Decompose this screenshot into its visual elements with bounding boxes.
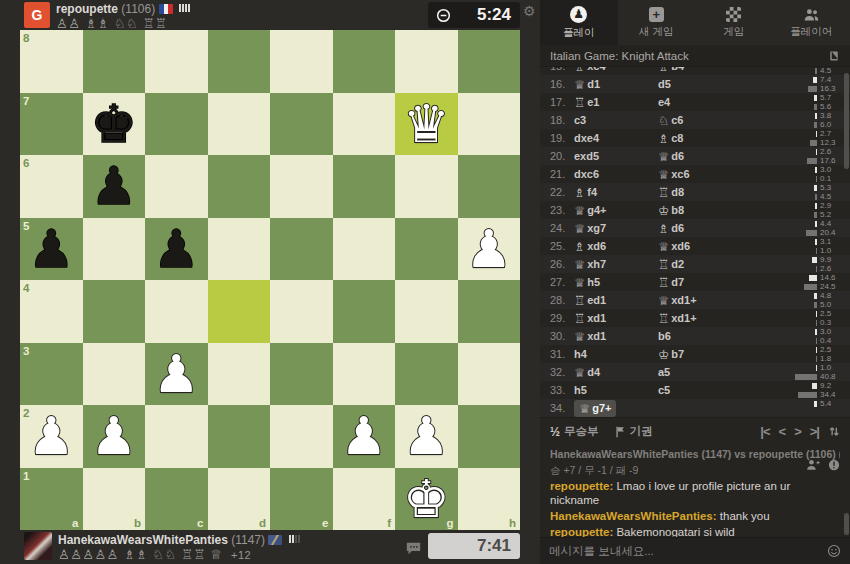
file-label-d: d (259, 517, 266, 529)
nav-first-button[interactable]: |< (760, 424, 769, 439)
resign-flag-icon (615, 426, 626, 438)
opening-book-icon (828, 50, 840, 62)
square-h5[interactable]: ♟ (458, 218, 521, 281)
black-move[interactable]: ♗b4 (658, 67, 776, 74)
move-number: 33. (540, 384, 566, 396)
square-e5[interactable] (270, 218, 333, 281)
black-move[interactable]: ♕d6 (658, 149, 776, 164)
square-a8[interactable]: 8 (20, 30, 83, 93)
white-move[interactable]: ♖ed1 (574, 293, 658, 308)
nav-last-button[interactable]: >| (810, 424, 819, 439)
move-row-24: 24.♕xg7♗d64.420.4 (540, 219, 850, 237)
move-times: 9.234.4 (776, 382, 842, 399)
connection-bars-top (179, 4, 190, 12)
move-row-28: 28.♖ed1♕xd1+4.85.0 (540, 291, 850, 309)
move-times: 4.420.4 (776, 220, 842, 237)
top-player-name[interactable]: repoupette (56, 2, 118, 16)
matchup-line: HanekawaWearsWhitePanties (1147) vs repo… (550, 448, 840, 462)
people-icon (803, 7, 820, 22)
white-move[interactable]: ♖e1 (574, 95, 658, 110)
square-h3[interactable] (458, 343, 521, 406)
move-times: 4.85.0 (776, 292, 842, 309)
figurine-icon: ♕ (658, 239, 669, 254)
white-move[interactable]: ♗xd6 (574, 239, 658, 254)
move-row-32: 32.♕d4a51.040.8 (540, 363, 850, 381)
top-player-clock: 5:24 (428, 2, 520, 28)
move-row-18: 18.c3♘c63.86.0 (540, 111, 850, 129)
tab-players[interactable]: 플레이어 (773, 0, 850, 45)
move-number: 18. (540, 114, 566, 126)
move-times: 2.617.6 (776, 148, 842, 165)
move-times: 2.51.8 (776, 346, 842, 363)
figurine-icon: ♖ (574, 293, 585, 308)
square-f3[interactable] (333, 343, 396, 406)
black-move[interactable]: ♘c6 (658, 113, 776, 128)
bottom-clock-time: 7:41 (477, 536, 511, 556)
white-pawn[interactable]: ♟ (458, 218, 521, 281)
black-move[interactable]: ♖d8 (658, 185, 776, 200)
figurine-icon: ♕ (574, 275, 585, 290)
file-label-f: f (387, 517, 391, 529)
move-times: 4.5 (776, 67, 842, 75)
square-h1[interactable]: h (458, 468, 521, 531)
move-number: 24. (540, 222, 566, 234)
move-times: 1.040.8 (776, 364, 842, 381)
bottom-player-avatar[interactable] (24, 532, 52, 560)
figurine-icon: ♕ (658, 293, 669, 308)
figurine-icon: ♕ (579, 401, 590, 416)
square-e8[interactable] (270, 30, 333, 93)
black-pawn[interactable]: ♟ (145, 218, 208, 281)
top-player-captured-pieces: ♙♙ ♗♗ ♘♘ ♖♖ (56, 16, 190, 31)
opening-row[interactable]: Italian Game: Knight Attack (540, 45, 850, 67)
figurine-icon: ♖ (658, 257, 669, 272)
square-d3[interactable] (208, 343, 271, 406)
square-b5[interactable] (83, 218, 146, 281)
white-move[interactable]: ♕d4 (574, 365, 658, 380)
figurine-icon: ♖ (574, 95, 585, 110)
add-friend-icon[interactable] (806, 459, 820, 471)
white-move[interactable]: ♕g4+ (574, 203, 658, 218)
white-move[interactable]: dxc6 (574, 168, 658, 180)
chat-message: repoupette: Lmao i love ur profile pictu… (550, 479, 840, 507)
chat-username[interactable]: HanekawaWearsWhitePanties: (550, 510, 720, 522)
top-clock-time: 5:24 (477, 5, 520, 25)
white-move[interactable]: ♕xd1 (574, 329, 658, 344)
move-times: 5.34.5 (776, 184, 842, 201)
opening-name: Italian Game: Knight Attack (550, 50, 828, 62)
figurine-icon: ♕ (574, 221, 585, 236)
figurine-icon: ♕ (574, 329, 585, 344)
square-f2[interactable]: ♟ (333, 405, 396, 468)
square-d4[interactable] (208, 280, 271, 343)
move-number: 17. (540, 96, 566, 108)
file-label-b: b (134, 517, 141, 529)
move-number: 32. (540, 366, 566, 378)
square-a2[interactable]: 2♟ (20, 405, 83, 468)
move-row-29: 29.♖xd1♖xd1+2.50.3 (540, 309, 850, 327)
file-label-e: e (322, 517, 328, 529)
smiley-icon[interactable] (827, 544, 841, 558)
file-label-g: g (446, 517, 453, 529)
move-number: 30. (540, 330, 566, 342)
square-a1[interactable]: 1a (20, 468, 83, 531)
bottom-player-captured-pieces: ♙♙♙♙♙ ♗♗ ♘♘ ♖♖ ♕ (58, 547, 222, 562)
square-a5[interactable]: 5♟ (20, 218, 83, 281)
black-move[interactable]: ♗c8 (658, 131, 776, 146)
bottom-player-info: HanekawaWearsWhitePanties (1147) ♙♙♙♙♙ ♗… (58, 533, 300, 562)
move-arrows-icon[interactable] (828, 425, 840, 438)
square-c3[interactable]: ♟ (145, 343, 208, 406)
bottom-player-name[interactable]: HanekawaWearsWhitePanties (58, 533, 228, 547)
white-move[interactable]: ♕h5 (574, 275, 658, 290)
sidebar-tabs: ♟ 플레이 + 새 게임 게임 플레이어 (540, 0, 850, 45)
figurine-icon: ♔ (658, 347, 669, 362)
square-f1[interactable]: f (333, 468, 396, 531)
square-c5[interactable]: ♟ (145, 218, 208, 281)
black-move[interactable]: c5 (658, 384, 776, 396)
white-move[interactable]: dxe4 (574, 132, 658, 144)
move-times: 9.92.6 (776, 256, 842, 273)
square-g8[interactable] (395, 30, 458, 93)
material-advantage: +12 (231, 549, 251, 561)
move-times: 7.416.3 (776, 76, 842, 93)
square-g2[interactable]: ♟ (395, 405, 458, 468)
move-number: 31. (540, 348, 566, 360)
tab-play[interactable]: ♟ 플레이 (540, 0, 618, 45)
move-number: 27. (540, 276, 566, 288)
square-d2[interactable] (208, 405, 271, 468)
white-move[interactable]: exd5 (574, 150, 658, 162)
square-c2[interactable] (145, 405, 208, 468)
square-f4[interactable] (333, 280, 396, 343)
square-d8[interactable] (208, 30, 271, 93)
move-row-31: 31.h4♔b72.51.8 (540, 345, 850, 363)
square-b2[interactable]: ♟ (83, 405, 146, 468)
figurine-icon: ♗ (658, 67, 669, 74)
move-list: 15.♗xc4♗b44.516.♕d1d57.416.317.♖e1e45.75… (540, 67, 850, 417)
chat-messages: repoupette: Lmao i love ur profile pictu… (540, 475, 850, 537)
black-move[interactable]: ♗d6 (658, 221, 776, 236)
square-g3[interactable] (395, 343, 458, 406)
chess-board: 87♚♛6♟5♟♟♟43♟2♟♟♟♟1abcdefg♚h (20, 30, 520, 530)
white-pawn[interactable]: ♟ (333, 405, 396, 468)
white-move[interactable]: ♕g7+ (574, 400, 658, 417)
tab-games[interactable]: 게임 (695, 0, 773, 45)
square-d5[interactable] (208, 218, 271, 281)
move-row-26: 26.♕xh7♖d29.92.6 (540, 255, 850, 273)
file-label-h: h (509, 517, 516, 529)
custom-flag-icon (268, 535, 282, 545)
sidebar: ♟ 플레이 + 새 게임 게임 플레이어 Italian Game: Knigh… (540, 0, 850, 564)
resign-button[interactable]: 기권 (615, 424, 653, 439)
square-g5[interactable] (395, 218, 458, 281)
move-number: 20. (540, 150, 566, 162)
circle-minus-icon (436, 8, 451, 23)
move-row-17: 17.♖e1e45.75.6 (540, 93, 850, 111)
move-number: 25. (540, 240, 566, 252)
black-move[interactable]: ♕xc6 (658, 167, 776, 182)
square-c6[interactable] (145, 155, 208, 218)
move-times: 5.4 (776, 400, 842, 417)
figurine-icon: ♕ (574, 77, 585, 92)
white-move[interactable]: ♕xg7 (574, 221, 658, 236)
chat-message: HanekawaWearsWhitePanties: thank you (550, 509, 840, 523)
draw-button[interactable]: ½ 무승부 (550, 424, 599, 439)
nav-prev-button[interactable]: < (779, 424, 786, 439)
square-h6[interactable] (458, 155, 521, 218)
move-number: 16. (540, 78, 566, 90)
figurine-icon: ♗ (658, 131, 669, 146)
figurine-icon: ♕ (574, 257, 585, 272)
square-g1[interactable]: g♚ (395, 468, 458, 531)
move-number: 28. (540, 294, 566, 306)
black-move[interactable]: ♖d7 (658, 275, 776, 290)
square-e3[interactable] (270, 343, 333, 406)
move-number: 26. (540, 258, 566, 270)
chat-username[interactable]: repoupette: (550, 480, 616, 492)
square-c7[interactable] (145, 93, 208, 156)
square-b4[interactable] (83, 280, 146, 343)
move-number: 29. (540, 312, 566, 324)
square-h7[interactable] (458, 93, 521, 156)
rank-label-3: 3 (23, 345, 29, 357)
square-f8[interactable] (333, 30, 396, 93)
white-pawn[interactable]: ♟ (395, 405, 458, 468)
black-pawn[interactable]: ♟ (83, 155, 146, 218)
nav-next-button[interactable]: > (794, 424, 801, 439)
square-b8[interactable] (83, 30, 146, 93)
square-f5[interactable] (333, 218, 396, 281)
square-b3[interactable] (83, 343, 146, 406)
square-h8[interactable] (458, 30, 521, 93)
move-row-15: 15.♗xc4♗b44.5 (540, 67, 850, 75)
rank-label-2: 2 (23, 407, 29, 419)
chat-username[interactable]: repoupette: (550, 526, 616, 537)
move-number: 21. (540, 168, 566, 180)
settings-gear-icon[interactable]: ⚙ (523, 3, 536, 19)
chat-bubble-icon[interactable] (405, 541, 422, 556)
black-move[interactable]: b6 (658, 330, 776, 342)
move-number: 15. (540, 67, 566, 72)
chat-message: repoupette: Bakemonogatari si wild (550, 525, 840, 537)
figurine-icon: ♕ (574, 365, 585, 380)
game-controls: ½ 무승부 기권 |< < > >| (540, 417, 850, 445)
square-e6[interactable] (270, 155, 333, 218)
move-row-20: 20.exd5♕d62.617.6 (540, 147, 850, 165)
black-move[interactable]: ♕xd6 (658, 239, 776, 254)
white-move[interactable]: h5 (574, 384, 658, 396)
white-move[interactable]: ♕xh7 (574, 257, 658, 272)
tab-new-game[interactable]: + 새 게임 (618, 0, 696, 45)
square-d7[interactable] (208, 93, 271, 156)
square-d6[interactable] (208, 155, 271, 218)
bottom-player-clock: 7:41 (428, 533, 520, 559)
move-times: 3.00.4 (776, 328, 842, 345)
square-g6[interactable] (395, 155, 458, 218)
move-times: 3.00.1 (776, 166, 842, 183)
move-row-22: 22.♗f4♖d85.34.5 (540, 183, 850, 201)
move-times: 2.95.2 (776, 202, 842, 219)
chat-text: thank you (720, 510, 770, 522)
white-move[interactable]: h4 (574, 348, 658, 360)
rank-label-5: 5 (23, 220, 29, 232)
square-f7[interactable] (333, 93, 396, 156)
white-move[interactable]: ♗f4 (574, 185, 658, 200)
figurine-icon: ♖ (574, 311, 585, 326)
square-c1[interactable]: c (145, 468, 208, 531)
top-player-rating: (1106) (121, 2, 155, 16)
black-move[interactable]: a5 (658, 366, 776, 378)
move-times: 3.86.0 (776, 112, 842, 129)
chat-text: Bakemonogatari si wild (616, 526, 734, 537)
square-e2[interactable] (270, 405, 333, 468)
connection-bars-bottom (289, 535, 300, 543)
rank-label-1: 1 (23, 470, 29, 482)
play-pawn-icon: ♟ (570, 6, 587, 23)
square-e1[interactable]: e (270, 468, 333, 531)
black-move[interactable]: ♔b8 (658, 203, 776, 218)
black-move[interactable]: d5 (658, 78, 776, 90)
move-row-19: 19.dxe4♗c82.712.3 (540, 129, 850, 147)
chat-input-placeholder: 메시지를 보내세요... (549, 544, 827, 559)
rank-label-8: 8 (23, 32, 29, 44)
move-number: 23. (540, 204, 566, 216)
move-row-25: 25.♗xd6♕xd63.11.0 (540, 237, 850, 255)
white-move[interactable]: ♕d1 (574, 77, 658, 92)
figurine-icon: ♖ (658, 275, 669, 290)
bottom-player-rating: (1147) (231, 533, 265, 547)
square-d1[interactable]: d (208, 468, 271, 531)
report-icon[interactable] (828, 459, 840, 471)
figurine-icon: ♗ (574, 67, 585, 74)
figurine-icon: ♖ (658, 185, 669, 200)
white-pawn[interactable]: ♟ (145, 343, 208, 406)
move-row-33: 33.h5c59.234.4 (540, 381, 850, 399)
checkerboard-icon (726, 7, 741, 22)
figurine-icon: ♗ (574, 239, 585, 254)
move-number: 19. (540, 132, 566, 144)
figurine-icon: ♕ (658, 167, 669, 182)
square-a4[interactable]: 4 (20, 280, 83, 343)
move-row-30: 30.♕xd1b63.00.4 (540, 327, 850, 345)
black-move[interactable]: ♖xd1+ (658, 311, 776, 326)
square-e7[interactable] (270, 93, 333, 156)
move-row-34: 34.♕g7+5.4 (540, 399, 850, 417)
square-g7[interactable]: ♛ (395, 93, 458, 156)
square-e4[interactable] (270, 280, 333, 343)
move-times: 2.712.3 (776, 130, 842, 147)
move-times: 2.50.3 (776, 310, 842, 327)
black-king[interactable]: ♚ (83, 93, 146, 156)
move-row-21: 21.dxc6♕xc63.00.1 (540, 165, 850, 183)
white-move[interactable]: ♖xd1 (574, 311, 658, 326)
move-times: 5.75.6 (776, 94, 842, 111)
square-b7[interactable]: ♚ (83, 93, 146, 156)
top-player-info: repoupette (1106) ♙♙ ♗♗ ♘♘ ♖♖ (56, 2, 190, 31)
plus-square-icon: + (649, 7, 664, 22)
black-move[interactable]: ♖d2 (658, 257, 776, 272)
white-move[interactable]: ♗xc4 (574, 67, 658, 74)
figurine-icon: ♔ (658, 203, 669, 218)
square-a6[interactable]: 6 (20, 155, 83, 218)
white-move[interactable]: c3 (574, 114, 658, 126)
white-pawn[interactable]: ♟ (83, 405, 146, 468)
figurine-icon: ♗ (658, 221, 669, 236)
square-b1[interactable]: b (83, 468, 146, 531)
move-row-16: 16.♕d1d57.416.3 (540, 75, 850, 93)
move-row-27: 27.♕h5♖d714.624.5 (540, 273, 850, 291)
file-label-c: c (197, 517, 203, 529)
square-f6[interactable] (333, 155, 396, 218)
square-a3[interactable]: 3 (20, 343, 83, 406)
move-number: 34. (540, 402, 566, 414)
black-move[interactable]: e4 (658, 96, 776, 108)
game-summary: HanekawaWearsWhitePanties (1147) vs repo… (540, 445, 850, 475)
move-list-scrollbar[interactable] (844, 73, 849, 169)
square-b6[interactable]: ♟ (83, 155, 146, 218)
figurine-icon: ♘ (658, 113, 669, 128)
square-g4[interactable] (395, 280, 458, 343)
app: G repoupette (1106) ♙♙ ♗♗ ♘♘ ♖♖ 5:24 ⚙ 8… (0, 0, 850, 564)
top-player-avatar[interactable]: G (24, 2, 50, 28)
move-times: 14.624.5 (776, 274, 842, 291)
chat-input[interactable]: 메시지를 보내세요... (540, 537, 850, 564)
figurine-icon: ♖ (658, 311, 669, 326)
figurine-icon: ♕ (574, 203, 585, 218)
france-flag-icon (159, 4, 173, 14)
move-row-23: 23.♕g4+♔b82.95.2 (540, 201, 850, 219)
rank-label-7: 7 (23, 95, 29, 107)
move-times: 3.11.0 (776, 238, 842, 255)
move-number: 22. (540, 186, 566, 198)
square-h4[interactable] (458, 280, 521, 343)
figurine-icon: ♕ (658, 149, 669, 164)
chat-scrollbar[interactable] (844, 513, 849, 535)
square-h2[interactable] (458, 405, 521, 468)
figurine-icon: ♗ (574, 185, 585, 200)
square-c4[interactable] (145, 280, 208, 343)
rank-label-4: 4 (23, 282, 29, 294)
black-move[interactable]: ♕xd1+ (658, 293, 776, 308)
black-move[interactable]: ♔b7 (658, 347, 776, 362)
square-c8[interactable] (145, 30, 208, 93)
rank-label-6: 6 (23, 157, 29, 169)
white-queen[interactable]: ♛ (395, 93, 458, 156)
square-a7[interactable]: 7 (20, 93, 83, 156)
file-label-a: a (72, 517, 78, 529)
